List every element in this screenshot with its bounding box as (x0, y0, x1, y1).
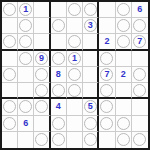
odd-circle (100, 100, 113, 113)
cell-r5c7[interactable]: 7 (99, 67, 115, 83)
cell-r7c8[interactable] (116, 99, 132, 115)
odd-circle: 7 (133, 35, 146, 48)
cell-r1c1[interactable] (2, 2, 18, 18)
odd-circle (68, 68, 81, 81)
odd-circle (117, 19, 130, 32)
cell-r2c6[interactable]: 3 (83, 18, 99, 34)
given-digit: 1 (72, 54, 77, 63)
cell-r2c7[interactable] (99, 18, 115, 34)
odd-circle (19, 52, 32, 65)
odd-circle: 7 (100, 68, 113, 81)
cell-r6c8[interactable] (116, 83, 132, 99)
given-digit: 8 (56, 70, 61, 79)
given-digit: 6 (137, 5, 142, 14)
odd-circle (84, 117, 97, 130)
cell-r3c7[interactable]: 2 (99, 34, 115, 50)
cell-r4c4[interactable] (51, 51, 67, 67)
odd-circle (68, 84, 81, 97)
cell-r7c7[interactable] (99, 99, 115, 115)
cell-r6c2[interactable] (18, 83, 34, 99)
given-digit: 4 (56, 102, 61, 111)
cell-r1c8[interactable] (116, 2, 132, 18)
odd-circle (3, 100, 16, 113)
cell-r4c9[interactable] (132, 51, 148, 67)
odd-circle (3, 35, 16, 48)
cell-r3c4[interactable] (51, 34, 67, 50)
cell-r8c6[interactable] (83, 116, 99, 132)
odd-circle (68, 35, 81, 48)
cell-r6c6[interactable] (83, 83, 99, 99)
cell-r9c2[interactable] (18, 132, 34, 148)
cell-r6c5[interactable] (67, 83, 83, 99)
cell-r8c8[interactable] (116, 116, 132, 132)
odd-circle (117, 35, 130, 48)
odd-circle (84, 3, 97, 16)
cell-r1c7[interactable] (99, 2, 115, 18)
given-digit: 2 (104, 37, 109, 46)
cell-r2c1[interactable] (2, 18, 18, 34)
odd-circle (19, 100, 32, 113)
odd-circle (35, 133, 48, 146)
cell-r3c6[interactable] (83, 34, 99, 50)
cell-r9c5[interactable] (67, 132, 83, 148)
given-digit: 5 (88, 102, 93, 111)
cell-r1c4[interactable] (51, 2, 67, 18)
cell-r4c7[interactable] (99, 51, 115, 67)
cell-r5c5[interactable] (67, 67, 83, 83)
odd-circle (100, 52, 113, 65)
odd-circle (35, 68, 48, 81)
cell-r8c5[interactable] (67, 116, 83, 132)
cell-r2c2[interactable] (18, 18, 34, 34)
given-digit: 2 (121, 70, 126, 79)
cell-r4c8[interactable] (116, 51, 132, 67)
odd-circle (133, 19, 146, 32)
cell-r5c4[interactable]: 8 (51, 67, 67, 83)
cell-r8c3[interactable] (34, 116, 50, 132)
cell-r5c2[interactable] (18, 67, 34, 83)
given-digit: 7 (104, 70, 109, 79)
odd-circle (3, 117, 16, 130)
cell-r9c1[interactable] (2, 132, 18, 148)
odd-circle (68, 3, 81, 16)
odd-circle: 1 (19, 3, 32, 16)
odd-circle (3, 3, 16, 16)
cell-r7c2[interactable] (18, 99, 34, 115)
cell-r9c6[interactable] (83, 132, 99, 148)
given-digit: 7 (137, 37, 142, 46)
cell-r6c9[interactable] (132, 83, 148, 99)
sudoku-board: 1632791872456 (0, 0, 150, 150)
cell-r5c8[interactable]: 2 (116, 67, 132, 83)
odd-circle (52, 19, 65, 32)
odd-circle (117, 133, 130, 146)
cell-r8c7[interactable] (99, 116, 115, 132)
cell-r9c8[interactable] (116, 132, 132, 148)
cell-r8c1[interactable] (2, 116, 18, 132)
cell-r3c9[interactable]: 7 (132, 34, 148, 50)
given-digit: 3 (88, 21, 93, 30)
cell-r9c7[interactable] (99, 132, 115, 148)
cell-r3c3[interactable] (34, 34, 50, 50)
cell-r1c5[interactable] (67, 2, 83, 18)
odd-circle: 1 (68, 52, 81, 65)
odd-circle: 3 (84, 19, 97, 32)
cell-r8c2[interactable]: 6 (18, 116, 34, 132)
cell-r6c1[interactable] (2, 83, 18, 99)
cell-r2c8[interactable] (116, 18, 132, 34)
cell-r1c3[interactable] (34, 2, 50, 18)
cell-r2c4[interactable] (51, 18, 67, 34)
cell-r1c6[interactable] (83, 2, 99, 18)
odd-circle (19, 35, 32, 48)
cell-r3c2[interactable] (18, 34, 34, 50)
cell-r5c6[interactable] (83, 67, 99, 83)
cell-r2c9[interactable] (132, 18, 148, 34)
cell-r5c3[interactable] (34, 67, 50, 83)
odd-circle (19, 19, 32, 32)
cell-r8c4[interactable] (51, 116, 67, 132)
odd-circle (100, 84, 113, 97)
cell-r9c9[interactable] (132, 132, 148, 148)
cell-r7c1[interactable] (2, 99, 18, 115)
cell-r4c6[interactable] (83, 51, 99, 67)
cell-r3c1[interactable] (2, 34, 18, 50)
odd-circle (133, 133, 146, 146)
given-digit: 6 (23, 119, 28, 128)
odd-circle (100, 117, 113, 130)
cell-r7c6[interactable]: 5 (83, 99, 99, 115)
odd-circle (133, 68, 146, 81)
cell-r5c9[interactable] (132, 67, 148, 83)
cell-r6c4[interactable] (51, 83, 67, 99)
odd-circle (35, 100, 48, 113)
cell-r4c1[interactable] (2, 51, 18, 67)
cell-r5c1[interactable] (2, 67, 18, 83)
cell-r1c2[interactable]: 1 (18, 2, 34, 18)
cell-r7c9[interactable] (132, 99, 148, 115)
cell-r2c5[interactable] (67, 18, 83, 34)
cell-r6c7[interactable] (99, 83, 115, 99)
odd-circle: 5 (84, 100, 97, 113)
odd-circle (84, 133, 97, 146)
cell-r3c8[interactable] (116, 34, 132, 50)
odd-circle (35, 84, 48, 97)
cell-r7c3[interactable] (34, 99, 50, 115)
odd-circle (117, 117, 130, 130)
odd-circle (52, 84, 65, 97)
cell-r4c3[interactable]: 9 (34, 51, 50, 67)
cell-r4c2[interactable] (18, 51, 34, 67)
odd-circle (133, 84, 146, 97)
cell-r3c5[interactable] (67, 34, 83, 50)
odd-circle (52, 117, 65, 130)
odd-circle (52, 52, 65, 65)
cell-r7c4[interactable]: 4 (51, 99, 67, 115)
cell-r8c9[interactable] (132, 116, 148, 132)
cell-r6c3[interactable] (34, 83, 50, 99)
cell-r1c9[interactable]: 6 (132, 2, 148, 18)
odd-circle (52, 133, 65, 146)
cell-r9c4[interactable] (51, 132, 67, 148)
odd-circle: 9 (35, 52, 48, 65)
odd-circle (117, 3, 130, 16)
odd-circle (3, 68, 16, 81)
given-digit: 9 (39, 54, 44, 63)
cell-r4c5[interactable]: 1 (67, 51, 83, 67)
given-digit: 1 (23, 5, 28, 14)
cell-r7c5[interactable] (67, 99, 83, 115)
cell-r2c3[interactable] (34, 18, 50, 34)
cell-r9c3[interactable] (34, 132, 50, 148)
